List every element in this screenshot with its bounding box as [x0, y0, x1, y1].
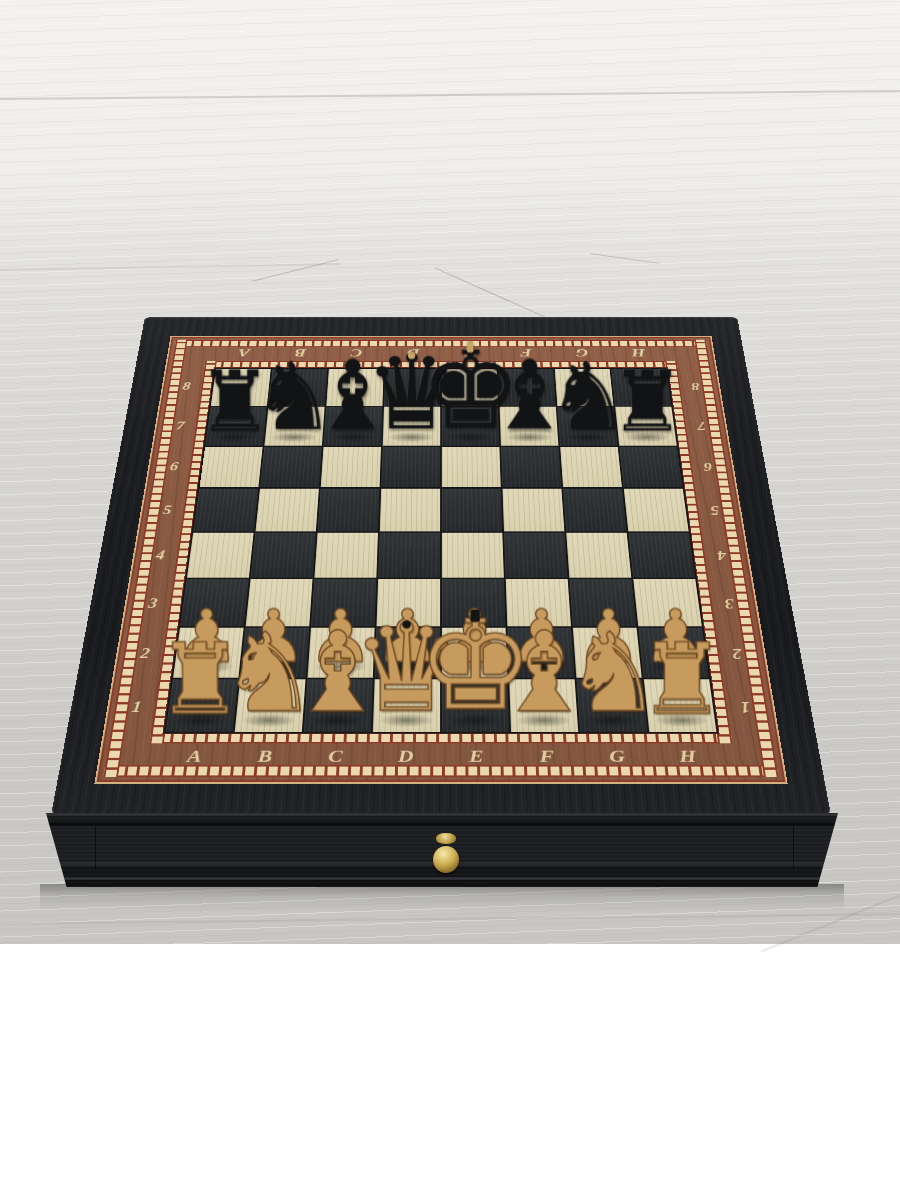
file-label: E [441, 345, 498, 360]
file-label: B [228, 744, 301, 768]
square-f6[interactable] [501, 447, 561, 488]
file-labels-bottom: ABCDEFGH [158, 744, 725, 768]
square-b1[interactable]: ♞ [235, 679, 306, 732]
black-knight[interactable]: ♞ [547, 354, 631, 440]
file-labels-top: ABCDEFGH [215, 345, 668, 360]
knob-ball [433, 846, 459, 873]
square-a6[interactable] [199, 447, 262, 488]
drawer-seam-right [793, 825, 794, 869]
rank-label: 5 [150, 488, 184, 532]
square-e6[interactable] [442, 447, 501, 488]
rank-label: 7 [164, 405, 196, 445]
square-e1[interactable]: ♚ [442, 679, 509, 732]
chess-box: ABCDEFGH ABCDEFGH 87654321 87654321 ♜♞♝♛… [51, 35, 831, 815]
square-g1[interactable]: ♞ [576, 679, 647, 732]
file-label: F [511, 744, 583, 768]
square-c6[interactable] [321, 447, 381, 488]
file-label: B [271, 345, 329, 360]
file-label: A [158, 744, 231, 768]
file-label: G [581, 744, 654, 768]
box-top-surface: ABCDEFGH ABCDEFGH 87654321 87654321 ♜♞♝♛… [51, 317, 831, 815]
square-d5[interactable] [380, 489, 440, 532]
box-floor-shadow [40, 884, 844, 912]
drawer-knob[interactable] [432, 833, 460, 875]
square-h4[interactable] [628, 533, 695, 578]
scene: ABCDEFGH ABCDEFGH 87654321 87654321 ♜♞♝♛… [0, 0, 900, 1200]
square-e5[interactable] [442, 489, 502, 532]
chessboard-grid: ♜♞♝♛♚♝♞♜♟♟♟♟♟♟♟♟♜♞♝♛♚♝♞♜ [162, 367, 719, 734]
file-label: H [609, 345, 667, 360]
board-frame: ABCDEFGH ABCDEFGH 87654321 87654321 ♜♞♝♛… [51, 317, 831, 815]
file-label: H [651, 744, 724, 768]
square-f4[interactable] [504, 533, 568, 578]
square-g5[interactable] [563, 489, 626, 532]
square-b6[interactable] [260, 447, 322, 488]
square-a5[interactable] [193, 489, 258, 532]
white-king[interactable]: ♚ [417, 604, 534, 724]
file-label: A [215, 345, 273, 360]
file-label: C [299, 744, 371, 768]
white-knight[interactable]: ♞ [564, 624, 662, 724]
square-d4[interactable] [378, 533, 440, 578]
board-border-band: ABCDEFGH ABCDEFGH 87654321 87654321 ♜♞♝♛… [97, 337, 786, 782]
table-plank-seam [0, 913, 900, 924]
square-c5[interactable] [318, 489, 380, 532]
knob-rosette [436, 833, 456, 844]
square-a4[interactable] [187, 533, 254, 578]
square-b4[interactable] [251, 533, 316, 578]
black-knight[interactable]: ♞ [252, 354, 336, 440]
file-label: D [370, 744, 441, 768]
square-c4[interactable] [314, 533, 378, 578]
file-label: D [384, 345, 441, 360]
square-h6[interactable] [619, 447, 682, 488]
file-label: G [553, 345, 611, 360]
file-label: E [441, 744, 512, 768]
white-knight[interactable]: ♞ [220, 624, 318, 724]
square-d6[interactable] [381, 447, 440, 488]
square-e4[interactable] [442, 533, 504, 578]
file-label: F [497, 345, 554, 360]
square-e7[interactable]: ♚ [442, 407, 500, 446]
table-surface: ABCDEFGH ABCDEFGH 87654321 87654321 ♜♞♝♛… [0, 0, 900, 944]
drawer-seam-left [95, 825, 96, 869]
rank-label: 6 [157, 446, 190, 488]
square-g4[interactable] [566, 533, 631, 578]
square-h5[interactable] [624, 489, 689, 532]
square-b5[interactable] [255, 489, 318, 532]
square-g6[interactable] [560, 447, 622, 488]
square-g7[interactable]: ♞ [557, 407, 617, 446]
square-f5[interactable] [502, 489, 564, 532]
square-b7[interactable]: ♞ [264, 407, 324, 446]
file-label: C [328, 345, 385, 360]
